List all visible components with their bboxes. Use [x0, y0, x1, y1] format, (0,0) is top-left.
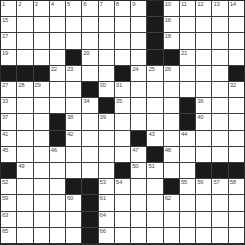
white-cell[interactable] — [164, 163, 179, 178]
white-cell[interactable] — [180, 163, 195, 178]
white-cell[interactable] — [164, 228, 179, 243]
white-cell[interactable] — [147, 212, 162, 227]
white-cell[interactable] — [180, 228, 195, 243]
white-cell[interactable] — [50, 33, 65, 48]
white-cell[interactable] — [99, 163, 114, 178]
white-cell[interactable] — [34, 114, 49, 129]
black-cell — [115, 163, 130, 178]
white-cell[interactable] — [180, 212, 195, 227]
clue-number: 8 — [116, 1, 119, 8]
clue-number: 59 — [2, 195, 8, 202]
clue-number: 10 — [165, 1, 171, 8]
white-cell[interactable] — [115, 195, 130, 210]
white-cell[interactable]: 28 — [17, 82, 32, 97]
clue-number: 15 — [2, 17, 8, 24]
white-cell[interactable] — [131, 228, 146, 243]
white-cell[interactable] — [17, 98, 32, 113]
black-cell — [99, 98, 114, 113]
white-cell[interactable] — [229, 147, 244, 162]
white-cell[interactable] — [164, 98, 179, 113]
black-cell — [164, 50, 179, 65]
clue-number: 43 — [148, 131, 154, 138]
white-cell[interactable]: 46 — [50, 147, 65, 162]
white-cell[interactable]: 61 — [99, 195, 114, 210]
white-cell[interactable]: 5 — [66, 1, 81, 16]
white-cell[interactable]: 3 — [34, 1, 49, 16]
white-cell[interactable]: 44 — [180, 131, 195, 146]
white-cell[interactable] — [115, 33, 130, 48]
white-cell[interactable] — [17, 179, 32, 194]
white-cell[interactable] — [212, 212, 227, 227]
black-cell — [50, 131, 65, 146]
black-cell — [50, 114, 65, 129]
clue-number: 40 — [197, 114, 203, 121]
white-cell[interactable]: 9 — [131, 1, 146, 16]
clue-number: 44 — [181, 131, 187, 138]
white-cell[interactable] — [115, 228, 130, 243]
white-cell[interactable]: 39 — [99, 114, 114, 129]
white-cell[interactable] — [131, 212, 146, 227]
white-cell[interactable]: 35 — [115, 98, 130, 113]
white-cell[interactable] — [115, 131, 130, 146]
white-cell[interactable] — [50, 228, 65, 243]
white-cell[interactable]: 14 — [229, 1, 244, 16]
white-cell[interactable] — [66, 163, 81, 178]
black-cell — [82, 212, 97, 227]
white-cell[interactable]: 30 — [99, 82, 114, 97]
white-cell[interactable] — [66, 82, 81, 97]
white-cell[interactable] — [212, 147, 227, 162]
white-cell[interactable]: 43 — [147, 131, 162, 146]
clue-number: 45 — [2, 147, 8, 154]
black-cell — [147, 147, 162, 162]
white-cell[interactable] — [212, 98, 227, 113]
clue-number: 3 — [35, 1, 38, 8]
white-cell[interactable]: 34 — [82, 98, 97, 113]
white-cell[interactable]: 18 — [164, 33, 179, 48]
black-cell — [1, 163, 16, 178]
black-cell — [147, 50, 162, 65]
white-cell[interactable]: 19 — [1, 50, 16, 65]
white-cell[interactable]: 55 — [180, 179, 195, 194]
white-cell[interactable]: 41 — [1, 131, 16, 146]
white-cell[interactable]: 11 — [180, 1, 195, 16]
white-cell[interactable] — [17, 131, 32, 146]
white-cell[interactable] — [147, 114, 162, 129]
white-cell[interactable] — [82, 131, 97, 146]
white-cell[interactable] — [229, 50, 244, 65]
white-cell[interactable]: 57 — [212, 179, 227, 194]
white-cell[interactable] — [99, 50, 114, 65]
white-cell[interactable]: 13 — [212, 1, 227, 16]
white-cell[interactable] — [50, 179, 65, 194]
white-cell[interactable] — [164, 131, 179, 146]
black-cell — [66, 50, 81, 65]
white-cell[interactable] — [34, 98, 49, 113]
clue-number: 49 — [18, 163, 24, 170]
white-cell[interactable] — [66, 147, 81, 162]
white-cell[interactable]: 12 — [196, 1, 211, 16]
white-cell[interactable] — [229, 131, 244, 146]
white-cell[interactable] — [180, 82, 195, 97]
white-cell[interactable]: 22 — [50, 66, 65, 81]
white-cell[interactable] — [82, 114, 97, 129]
white-cell[interactable] — [50, 50, 65, 65]
clue-number: 41 — [2, 131, 8, 138]
white-cell[interactable]: 60 — [66, 195, 81, 210]
clue-number: 14 — [230, 1, 236, 8]
white-cell[interactable]: 23 — [66, 66, 81, 81]
white-cell[interactable]: 37 — [1, 114, 16, 129]
white-cell[interactable] — [82, 66, 97, 81]
white-cell[interactable] — [50, 82, 65, 97]
white-cell[interactable]: 47 — [131, 147, 146, 162]
clue-number: 33 — [2, 98, 8, 105]
white-cell[interactable] — [212, 50, 227, 65]
black-cell — [66, 179, 81, 194]
white-cell[interactable]: 6 — [82, 1, 97, 16]
white-cell[interactable] — [99, 147, 114, 162]
white-cell[interactable]: 33 — [1, 98, 16, 113]
clue-number: 54 — [116, 179, 122, 186]
white-cell[interactable] — [196, 195, 211, 210]
white-cell[interactable]: 42 — [66, 131, 81, 146]
white-cell[interactable] — [196, 131, 211, 146]
white-cell[interactable] — [34, 179, 49, 194]
clue-number: 11 — [181, 1, 187, 8]
clue-number: 34 — [83, 98, 89, 105]
clue-number: 50 — [132, 163, 138, 170]
white-cell[interactable] — [212, 66, 227, 81]
white-cell[interactable] — [212, 228, 227, 243]
white-cell[interactable] — [17, 50, 32, 65]
white-cell[interactable] — [17, 212, 32, 227]
white-cell[interactable]: 2 — [17, 1, 32, 16]
clue-number: 58 — [230, 179, 236, 186]
clue-number: 66 — [100, 228, 106, 235]
white-cell[interactable]: 20 — [82, 50, 97, 65]
white-cell[interactable] — [115, 17, 130, 32]
white-cell[interactable] — [196, 82, 211, 97]
clue-number: 9 — [132, 1, 135, 8]
clue-number: 28 — [18, 82, 24, 89]
white-cell[interactable] — [66, 228, 81, 243]
white-cell[interactable] — [131, 33, 146, 48]
white-cell[interactable]: 25 — [147, 66, 162, 81]
black-cell — [131, 131, 146, 146]
white-cell[interactable] — [147, 179, 162, 194]
clue-number: 64 — [100, 212, 106, 219]
white-cell[interactable] — [212, 114, 227, 129]
white-cell[interactable] — [66, 212, 81, 227]
white-cell[interactable] — [50, 212, 65, 227]
white-cell[interactable] — [180, 66, 195, 81]
white-cell[interactable]: 56 — [196, 179, 211, 194]
black-cell — [229, 66, 244, 81]
white-cell[interactable]: 17 — [1, 33, 16, 48]
black-cell — [82, 195, 97, 210]
clue-number: 24 — [132, 66, 138, 73]
clue-number: 13 — [213, 1, 219, 8]
white-cell[interactable] — [212, 195, 227, 210]
white-cell[interactable] — [50, 163, 65, 178]
white-cell[interactable] — [34, 131, 49, 146]
clue-number: 37 — [2, 114, 8, 121]
white-cell[interactable] — [131, 17, 146, 32]
white-cell[interactable] — [164, 82, 179, 97]
white-cell[interactable] — [212, 131, 227, 146]
white-cell[interactable] — [17, 17, 32, 32]
white-cell[interactable] — [196, 33, 211, 48]
clue-number: 2 — [18, 1, 21, 8]
clue-number: 25 — [148, 66, 154, 73]
white-cell[interactable]: 15 — [1, 17, 16, 32]
clue-number: 20 — [83, 50, 89, 57]
white-cell[interactable] — [82, 163, 97, 178]
white-cell[interactable] — [164, 212, 179, 227]
clue-number: 60 — [67, 195, 73, 202]
white-cell[interactable] — [66, 98, 81, 113]
black-cell — [212, 163, 227, 178]
white-cell[interactable] — [17, 195, 32, 210]
white-cell[interactable]: 24 — [131, 66, 146, 81]
white-cell[interactable]: 62 — [164, 195, 179, 210]
white-cell[interactable] — [34, 17, 49, 32]
black-cell — [82, 82, 97, 97]
white-cell[interactable] — [229, 195, 244, 210]
white-cell[interactable]: 26 — [164, 66, 179, 81]
white-cell[interactable] — [212, 33, 227, 48]
clue-number: 57 — [213, 179, 219, 186]
clue-number: 27 — [2, 82, 8, 89]
white-cell[interactable]: 52 — [1, 179, 16, 194]
white-cell[interactable]: 51 — [147, 163, 162, 178]
black-cell — [147, 33, 162, 48]
white-cell[interactable]: 53 — [99, 179, 114, 194]
white-cell[interactable] — [50, 195, 65, 210]
clue-number: 42 — [67, 131, 73, 138]
white-cell[interactable] — [229, 17, 244, 32]
white-cell[interactable] — [180, 147, 195, 162]
clue-number: 62 — [165, 195, 171, 202]
clue-number: 19 — [2, 50, 8, 57]
white-cell[interactable] — [229, 228, 244, 243]
white-cell[interactable]: 65 — [1, 228, 16, 243]
white-cell[interactable]: 27 — [1, 82, 16, 97]
clue-number: 7 — [100, 1, 103, 8]
white-cell[interactable] — [131, 114, 146, 129]
white-cell[interactable] — [180, 17, 195, 32]
clue-number: 16 — [165, 17, 171, 24]
white-cell[interactable]: 63 — [1, 212, 16, 227]
white-cell[interactable] — [131, 82, 146, 97]
white-cell[interactable] — [147, 82, 162, 97]
white-cell[interactable] — [34, 228, 49, 243]
clue-number: 23 — [67, 66, 73, 73]
black-cell — [82, 179, 97, 194]
black-cell — [229, 163, 244, 178]
white-cell[interactable] — [229, 98, 244, 113]
white-cell[interactable] — [131, 195, 146, 210]
clue-number: 30 — [100, 82, 106, 89]
black-cell — [147, 17, 162, 32]
black-cell — [17, 66, 32, 81]
white-cell[interactable] — [147, 195, 162, 210]
black-cell — [115, 66, 130, 81]
white-cell[interactable] — [164, 114, 179, 129]
clue-number: 52 — [2, 179, 8, 186]
white-cell[interactable]: 38 — [66, 114, 81, 129]
black-cell — [196, 163, 211, 178]
white-cell[interactable] — [196, 50, 211, 65]
black-cell — [82, 228, 97, 243]
clue-number: 56 — [197, 179, 203, 186]
clue-number: 29 — [35, 82, 41, 89]
clue-number: 12 — [197, 1, 203, 8]
white-cell[interactable] — [131, 98, 146, 113]
white-cell[interactable] — [34, 212, 49, 227]
white-cell[interactable]: 36 — [196, 98, 211, 113]
white-cell[interactable] — [82, 147, 97, 162]
black-cell — [164, 179, 179, 194]
white-cell[interactable] — [17, 228, 32, 243]
white-cell[interactable] — [196, 212, 211, 227]
white-cell[interactable]: 50 — [131, 163, 146, 178]
white-cell[interactable] — [17, 33, 32, 48]
white-cell[interactable] — [82, 33, 97, 48]
clue-number: 63 — [2, 212, 8, 219]
white-cell[interactable]: 10 — [164, 1, 179, 16]
black-cell — [1, 66, 16, 81]
clue-number: 31 — [116, 82, 122, 89]
white-cell[interactable]: 64 — [99, 212, 114, 227]
clue-number: 51 — [148, 163, 154, 170]
white-cell[interactable] — [34, 195, 49, 210]
clue-number: 61 — [100, 195, 106, 202]
clue-number: 38 — [67, 114, 73, 121]
white-cell[interactable]: 58 — [229, 179, 244, 194]
clue-number: 1 — [2, 1, 5, 8]
clue-number: 47 — [132, 147, 138, 154]
white-cell[interactable]: 4 — [50, 1, 65, 16]
white-cell[interactable] — [212, 17, 227, 32]
clue-number: 22 — [51, 66, 57, 73]
white-cell[interactable] — [196, 147, 211, 162]
clue-number: 35 — [116, 98, 122, 105]
clue-number: 55 — [181, 179, 187, 186]
white-cell[interactable] — [66, 17, 81, 32]
black-cell — [147, 1, 162, 16]
white-cell[interactable] — [212, 82, 227, 97]
white-cell[interactable] — [115, 212, 130, 227]
white-cell[interactable] — [99, 33, 114, 48]
white-cell[interactable]: 1 — [1, 1, 16, 16]
white-cell[interactable] — [50, 17, 65, 32]
white-cell[interactable] — [99, 131, 114, 146]
white-cell[interactable]: 7 — [99, 1, 114, 16]
white-cell[interactable] — [196, 228, 211, 243]
black-cell — [34, 66, 49, 81]
white-cell[interactable] — [229, 33, 244, 48]
white-cell[interactable]: 48 — [164, 147, 179, 162]
white-cell[interactable]: 32 — [229, 82, 244, 97]
white-cell[interactable]: 8 — [115, 1, 130, 16]
white-cell[interactable] — [82, 17, 97, 32]
clue-number: 6 — [83, 1, 86, 8]
white-cell[interactable] — [34, 33, 49, 48]
white-cell[interactable] — [34, 50, 49, 65]
white-cell[interactable] — [180, 195, 195, 210]
white-cell[interactable] — [99, 17, 114, 32]
clue-number: 18 — [165, 33, 171, 40]
clue-number: 65 — [2, 228, 8, 235]
white-cell[interactable] — [131, 179, 146, 194]
clue-number: 17 — [2, 33, 8, 40]
white-cell[interactable]: 49 — [17, 163, 32, 178]
white-cell[interactable] — [50, 98, 65, 113]
clue-number: 53 — [100, 179, 106, 186]
clue-number: 36 — [197, 98, 203, 105]
white-cell[interactable]: 16 — [164, 17, 179, 32]
white-cell[interactable] — [115, 147, 130, 162]
white-cell[interactable]: 66 — [99, 228, 114, 243]
white-cell[interactable]: 59 — [1, 195, 16, 210]
white-cell[interactable] — [196, 66, 211, 81]
white-cell[interactable]: 31 — [115, 82, 130, 97]
clue-number: 48 — [165, 147, 171, 154]
clue-number: 21 — [181, 50, 187, 57]
white-cell[interactable]: 45 — [1, 147, 16, 162]
clue-number: 46 — [51, 147, 57, 154]
white-cell[interactable] — [147, 228, 162, 243]
white-cell[interactable] — [115, 114, 130, 129]
black-cell — [180, 114, 195, 129]
white-cell[interactable] — [229, 114, 244, 129]
white-cell[interactable]: 21 — [180, 50, 195, 65]
white-cell[interactable]: 29 — [34, 82, 49, 97]
clue-number: 4 — [51, 1, 54, 8]
white-cell[interactable] — [99, 66, 114, 81]
white-cell[interactable] — [131, 50, 146, 65]
white-cell[interactable]: 40 — [196, 114, 211, 129]
white-cell[interactable] — [147, 98, 162, 113]
white-cell[interactable]: 54 — [115, 179, 130, 194]
white-cell[interactable] — [17, 114, 32, 129]
white-cell[interactable] — [66, 33, 81, 48]
white-cell[interactable] — [229, 212, 244, 227]
black-cell — [180, 98, 195, 113]
crossword-grid: 1234567891011121314151617181920212223242… — [0, 0, 245, 245]
white-cell[interactable] — [17, 147, 32, 162]
white-cell[interactable] — [180, 33, 195, 48]
white-cell[interactable] — [34, 147, 49, 162]
white-cell[interactable] — [34, 163, 49, 178]
clue-number: 32 — [230, 82, 236, 89]
clue-number: 39 — [100, 114, 106, 121]
white-cell[interactable] — [115, 50, 130, 65]
clue-number: 26 — [165, 66, 171, 73]
clue-number: 5 — [67, 1, 70, 8]
white-cell[interactable] — [196, 17, 211, 32]
